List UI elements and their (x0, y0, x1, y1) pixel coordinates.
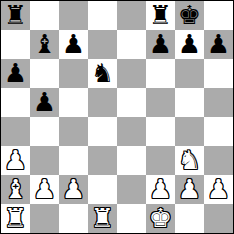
square-f1[interactable]: ♚ (146, 204, 175, 233)
black-pawn-g7: ♟ (178, 30, 201, 59)
black-pawn-f7: ♟ (149, 30, 172, 59)
square-d8[interactable] (88, 1, 117, 30)
square-d7[interactable] (88, 30, 117, 59)
black-pawn-c7: ♟ (62, 30, 85, 59)
square-c4[interactable] (59, 117, 88, 146)
square-g2[interactable]: ♟ (175, 175, 204, 204)
square-e5[interactable] (117, 88, 146, 117)
square-d3[interactable] (88, 146, 117, 175)
black-knight-d6: ♞ (91, 59, 114, 88)
square-g8[interactable]: ♚ (175, 1, 204, 30)
white-pawn-a3: ♟ (4, 146, 27, 175)
square-c7[interactable]: ♟ (59, 30, 88, 59)
square-b8[interactable] (30, 1, 59, 30)
black-pawn-b5: ♟ (33, 88, 56, 117)
square-g6[interactable] (175, 59, 204, 88)
square-f2[interactable]: ♟ (146, 175, 175, 204)
square-g7[interactable]: ♟ (175, 30, 204, 59)
square-g4[interactable] (175, 117, 204, 146)
square-c8[interactable] (59, 1, 88, 30)
square-g5[interactable] (175, 88, 204, 117)
square-g3[interactable]: ♞ (175, 146, 204, 175)
square-f5[interactable] (146, 88, 175, 117)
square-e3[interactable] (117, 146, 146, 175)
black-pawn-a6: ♟ (4, 59, 27, 88)
square-d1[interactable]: ♜ (88, 204, 117, 233)
square-d4[interactable] (88, 117, 117, 146)
square-g1[interactable] (175, 204, 204, 233)
square-c5[interactable] (59, 88, 88, 117)
square-h5[interactable] (204, 88, 233, 117)
square-e1[interactable] (117, 204, 146, 233)
white-knight-g3: ♞ (178, 146, 201, 175)
square-b3[interactable] (30, 146, 59, 175)
square-h2[interactable]: ♟ (204, 175, 233, 204)
square-c3[interactable] (59, 146, 88, 175)
square-a2[interactable]: ♝ (1, 175, 30, 204)
square-a6[interactable]: ♟ (1, 59, 30, 88)
square-d2[interactable] (88, 175, 117, 204)
square-f4[interactable] (146, 117, 175, 146)
white-rook-a1: ♜ (4, 204, 27, 233)
white-pawn-g2: ♟ (178, 175, 201, 204)
white-pawn-c2: ♟ (62, 175, 85, 204)
black-rook-f8: ♜ (149, 1, 172, 30)
square-b5[interactable]: ♟ (30, 88, 59, 117)
square-a5[interactable] (1, 88, 30, 117)
chess-board: ♜♜♚♝♟♟♟♟♟♞♟♟♞♝♟♟♟♟♟♜♜♚ (0, 0, 234, 234)
square-e4[interactable] (117, 117, 146, 146)
square-h6[interactable] (204, 59, 233, 88)
square-h4[interactable] (204, 117, 233, 146)
square-d5[interactable] (88, 88, 117, 117)
square-d6[interactable]: ♞ (88, 59, 117, 88)
square-e2[interactable] (117, 175, 146, 204)
white-rook-d1: ♜ (91, 204, 114, 233)
black-king-g8: ♚ (178, 1, 201, 30)
black-rook-a8: ♜ (4, 1, 27, 30)
black-pawn-h7: ♟ (207, 30, 230, 59)
square-f8[interactable]: ♜ (146, 1, 175, 30)
square-h3[interactable] (204, 146, 233, 175)
square-e7[interactable] (117, 30, 146, 59)
square-f3[interactable] (146, 146, 175, 175)
square-f6[interactable] (146, 59, 175, 88)
square-a3[interactable]: ♟ (1, 146, 30, 175)
square-e6[interactable] (117, 59, 146, 88)
square-a4[interactable] (1, 117, 30, 146)
square-c1[interactable] (59, 204, 88, 233)
square-e8[interactable] (117, 1, 146, 30)
square-f7[interactable]: ♟ (146, 30, 175, 59)
square-b4[interactable] (30, 117, 59, 146)
white-pawn-h2: ♟ (207, 175, 230, 204)
square-b7[interactable]: ♝ (30, 30, 59, 59)
square-c6[interactable] (59, 59, 88, 88)
square-a7[interactable] (1, 30, 30, 59)
chess-diagram: ♜♜♚♝♟♟♟♟♟♞♟♟♞♝♟♟♟♟♟♜♜♚ (0, 0, 234, 234)
square-b2[interactable]: ♟ (30, 175, 59, 204)
square-h8[interactable] (204, 1, 233, 30)
white-bishop-a2: ♝ (4, 175, 27, 204)
square-b1[interactable] (30, 204, 59, 233)
white-pawn-f2: ♟ (149, 175, 172, 204)
square-a1[interactable]: ♜ (1, 204, 30, 233)
square-h1[interactable] (204, 204, 233, 233)
white-king-f1: ♚ (149, 204, 172, 233)
square-b6[interactable] (30, 59, 59, 88)
square-h7[interactable]: ♟ (204, 30, 233, 59)
square-a8[interactable]: ♜ (1, 1, 30, 30)
white-pawn-b2: ♟ (33, 175, 56, 204)
black-bishop-b7: ♝ (33, 30, 56, 59)
square-c2[interactable]: ♟ (59, 175, 88, 204)
